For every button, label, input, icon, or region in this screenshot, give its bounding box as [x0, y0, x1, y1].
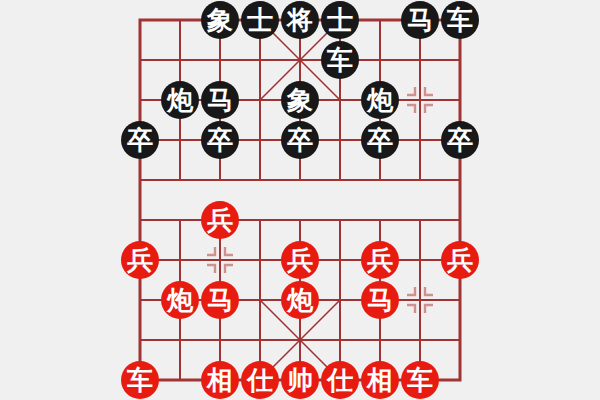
- piece-red-soldier[interactable]: 兵: [281, 241, 319, 279]
- piece-black-soldier[interactable]: 卒: [441, 121, 479, 159]
- pieces-layer: 象士将士马车车炮马象炮卒卒卒卒卒兵兵兵兵兵炮马炮马车相仕帅仕相车: [0, 0, 600, 400]
- piece-black-rook[interactable]: 车: [321, 41, 359, 79]
- piece-black-horse[interactable]: 马: [401, 1, 439, 39]
- piece-red-advisor[interactable]: 仕: [241, 361, 279, 399]
- piece-black-soldier[interactable]: 卒: [201, 121, 239, 159]
- piece-red-soldier[interactable]: 兵: [121, 241, 159, 279]
- piece-black-cannon[interactable]: 炮: [161, 81, 199, 119]
- piece-black-elephant[interactable]: 象: [281, 81, 319, 119]
- piece-red-rook[interactable]: 车: [401, 361, 439, 399]
- piece-red-cannon[interactable]: 炮: [161, 281, 199, 319]
- piece-red-advisor[interactable]: 仕: [321, 361, 359, 399]
- piece-black-king[interactable]: 将: [281, 1, 319, 39]
- piece-black-advisor[interactable]: 士: [241, 1, 279, 39]
- piece-red-rook[interactable]: 车: [121, 361, 159, 399]
- piece-black-cannon[interactable]: 炮: [361, 81, 399, 119]
- piece-black-elephant[interactable]: 象: [201, 1, 239, 39]
- piece-red-king[interactable]: 帅: [281, 361, 319, 399]
- piece-red-soldier[interactable]: 兵: [201, 201, 239, 239]
- xiangqi-board[interactable]: 象士将士马车车炮马象炮卒卒卒卒卒兵兵兵兵兵炮马炮马车相仕帅仕相车: [0, 0, 600, 400]
- piece-red-elephant[interactable]: 相: [361, 361, 399, 399]
- piece-black-soldier[interactable]: 卒: [281, 121, 319, 159]
- piece-black-rook[interactable]: 车: [441, 1, 479, 39]
- piece-red-soldier[interactable]: 兵: [441, 241, 479, 279]
- piece-red-elephant[interactable]: 相: [201, 361, 239, 399]
- piece-black-advisor[interactable]: 士: [321, 1, 359, 39]
- piece-red-horse[interactable]: 马: [201, 281, 239, 319]
- piece-red-horse[interactable]: 马: [361, 281, 399, 319]
- piece-red-cannon[interactable]: 炮: [281, 281, 319, 319]
- piece-black-soldier[interactable]: 卒: [361, 121, 399, 159]
- piece-black-soldier[interactable]: 卒: [121, 121, 159, 159]
- piece-black-horse[interactable]: 马: [201, 81, 239, 119]
- piece-red-soldier[interactable]: 兵: [361, 241, 399, 279]
